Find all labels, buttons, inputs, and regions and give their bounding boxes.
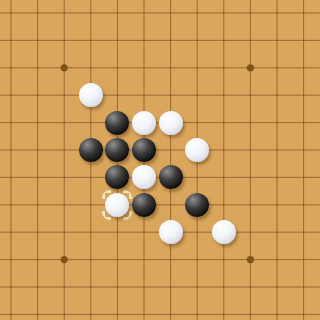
- intersection[interactable]: [24, 0, 51, 27]
- intersection[interactable]: [51, 109, 78, 136]
- intersection[interactable]: [237, 109, 264, 136]
- white-stone: ●: [159, 220, 183, 244]
- intersection[interactable]: [237, 301, 264, 320]
- intersection[interactable]: [290, 246, 317, 273]
- intersection[interactable]: [290, 191, 317, 218]
- intersection[interactable]: ●: [77, 136, 104, 163]
- intersection[interactable]: [24, 246, 51, 273]
- intersection[interactable]: [290, 218, 317, 245]
- intersection[interactable]: [51, 136, 78, 163]
- intersection[interactable]: [184, 218, 211, 245]
- intersection[interactable]: [0, 136, 24, 163]
- intersection[interactable]: [264, 109, 291, 136]
- intersection[interactable]: [157, 54, 184, 81]
- intersection[interactable]: ●: [131, 109, 158, 136]
- intersection[interactable]: [237, 81, 264, 108]
- intersection[interactable]: [184, 246, 211, 273]
- intersection[interactable]: [24, 191, 51, 218]
- intersection[interactable]: [184, 27, 211, 54]
- intersection[interactable]: [0, 246, 24, 273]
- intersection[interactable]: [210, 54, 237, 81]
- intersection[interactable]: [51, 301, 78, 320]
- intersection[interactable]: [77, 301, 104, 320]
- black-stone: ●: [105, 165, 129, 189]
- black-stone: ●: [105, 138, 129, 162]
- intersection[interactable]: [0, 54, 24, 81]
- intersection[interactable]: [264, 27, 291, 54]
- intersection[interactable]: [77, 273, 104, 300]
- intersection[interactable]: [131, 27, 158, 54]
- intersection[interactable]: [184, 0, 211, 27]
- intersection[interactable]: [264, 218, 291, 245]
- white-stone: ●: [132, 165, 156, 189]
- intersection[interactable]: [237, 273, 264, 300]
- intersection[interactable]: [210, 0, 237, 27]
- intersection[interactable]: [24, 54, 51, 81]
- black-stone: ●: [132, 193, 156, 217]
- intersection[interactable]: ●: [157, 109, 184, 136]
- intersection[interactable]: [77, 54, 104, 81]
- intersection[interactable]: [184, 164, 211, 191]
- intersection[interactable]: [157, 301, 184, 320]
- intersection[interactable]: [77, 218, 104, 245]
- black-stone: ●: [79, 138, 103, 162]
- intersection[interactable]: [210, 301, 237, 320]
- intersection[interactable]: [184, 81, 211, 108]
- intersection[interactable]: [210, 246, 237, 273]
- intersection[interactable]: [157, 191, 184, 218]
- intersection[interactable]: [237, 27, 264, 54]
- intersection[interactable]: ●: [184, 191, 211, 218]
- intersection[interactable]: [157, 136, 184, 163]
- black-stone: ●: [132, 138, 156, 162]
- intersection[interactable]: [0, 191, 24, 218]
- intersection[interactable]: [290, 0, 317, 27]
- intersection[interactable]: [157, 273, 184, 300]
- intersection[interactable]: [290, 273, 317, 300]
- intersection[interactable]: [264, 273, 291, 300]
- intersection[interactable]: ●: [77, 81, 104, 108]
- intersection[interactable]: [51, 273, 78, 300]
- intersection[interactable]: [131, 273, 158, 300]
- intersection[interactable]: ●: [104, 164, 131, 191]
- white-stone: ●: [212, 220, 236, 244]
- intersection[interactable]: [184, 109, 211, 136]
- intersection[interactable]: ●: [131, 191, 158, 218]
- intersection[interactable]: [104, 81, 131, 108]
- intersection[interactable]: [131, 81, 158, 108]
- intersection[interactable]: [0, 81, 24, 108]
- intersection[interactable]: [210, 273, 237, 300]
- white-stone: ●: [185, 138, 209, 162]
- intersection[interactable]: [290, 301, 317, 320]
- black-stone: ●: [105, 111, 129, 135]
- intersection[interactable]: [104, 273, 131, 300]
- intersection[interactable]: [210, 27, 237, 54]
- intersection[interactable]: ●: [184, 136, 211, 163]
- intersection[interactable]: [210, 191, 237, 218]
- intersection[interactable]: [264, 191, 291, 218]
- intersection[interactable]: [290, 136, 317, 163]
- intersection[interactable]: [157, 246, 184, 273]
- intersection[interactable]: ●: [210, 218, 237, 245]
- intersection[interactable]: [210, 109, 237, 136]
- intersection[interactable]: [51, 81, 78, 108]
- intersection[interactable]: [0, 301, 24, 320]
- intersection[interactable]: [237, 164, 264, 191]
- intersection[interactable]: [104, 246, 131, 273]
- intersection[interactable]: [24, 301, 51, 320]
- intersection[interactable]: [77, 27, 104, 54]
- intersection[interactable]: [237, 54, 264, 81]
- intersection[interactable]: [237, 246, 264, 273]
- intersection[interactable]: [131, 0, 158, 27]
- intersection[interactable]: ●: [157, 164, 184, 191]
- intersection[interactable]: [77, 164, 104, 191]
- intersection[interactable]: [157, 0, 184, 27]
- black-stone: ●: [159, 165, 183, 189]
- white-stone: ●: [159, 111, 183, 135]
- intersection[interactable]: [290, 54, 317, 81]
- intersection[interactable]: ●: [104, 136, 131, 163]
- intersection[interactable]: [131, 218, 158, 245]
- intersection[interactable]: [51, 191, 78, 218]
- intersection[interactable]: [290, 164, 317, 191]
- intersection[interactable]: [264, 81, 291, 108]
- black-stone: ●: [185, 193, 209, 217]
- intersection[interactable]: [51, 164, 78, 191]
- intersection[interactable]: [0, 273, 24, 300]
- intersection[interactable]: [77, 191, 104, 218]
- intersection[interactable]: [237, 218, 264, 245]
- board-grid: ●●●●●●●●●●●●●●●●: [0, 0, 317, 320]
- intersection[interactable]: ●: [104, 191, 131, 218]
- intersection[interactable]: [210, 81, 237, 108]
- intersection[interactable]: [51, 27, 78, 54]
- intersection[interactable]: [264, 246, 291, 273]
- intersection[interactable]: [77, 109, 104, 136]
- intersection[interactable]: [24, 164, 51, 191]
- intersection[interactable]: [0, 109, 24, 136]
- intersection[interactable]: [131, 246, 158, 273]
- intersection[interactable]: [264, 54, 291, 81]
- intersection[interactable]: [237, 136, 264, 163]
- white-stone: ●: [105, 193, 129, 217]
- intersection[interactable]: [77, 0, 104, 27]
- intersection[interactable]: [24, 109, 51, 136]
- intersection[interactable]: [184, 273, 211, 300]
- intersection[interactable]: [104, 27, 131, 54]
- intersection[interactable]: [264, 136, 291, 163]
- intersection[interactable]: [51, 246, 78, 273]
- intersection[interactable]: [0, 27, 24, 54]
- intersection[interactable]: [0, 218, 24, 245]
- intersection[interactable]: [290, 109, 317, 136]
- intersection[interactable]: [131, 301, 158, 320]
- go-board: ●●●●●●●●●●●●●●●●: [0, 0, 320, 320]
- intersection[interactable]: [237, 0, 264, 27]
- intersection[interactable]: [184, 54, 211, 81]
- intersection[interactable]: ●: [157, 218, 184, 245]
- intersection[interactable]: [157, 27, 184, 54]
- white-stone: ●: [79, 83, 103, 107]
- intersection[interactable]: [77, 246, 104, 273]
- intersection[interactable]: [24, 136, 51, 163]
- intersection[interactable]: [264, 301, 291, 320]
- intersection[interactable]: [51, 218, 78, 245]
- intersection[interactable]: [51, 0, 78, 27]
- intersection[interactable]: [210, 164, 237, 191]
- intersection[interactable]: [104, 218, 131, 245]
- intersection[interactable]: [104, 301, 131, 320]
- intersection[interactable]: [24, 273, 51, 300]
- intersection[interactable]: [0, 164, 24, 191]
- intersection[interactable]: [51, 54, 78, 81]
- intersection[interactable]: ●: [131, 136, 158, 163]
- intersection[interactable]: [184, 301, 211, 320]
- intersection[interactable]: [290, 81, 317, 108]
- intersection[interactable]: ●: [131, 164, 158, 191]
- intersection[interactable]: [24, 218, 51, 245]
- intersection[interactable]: [264, 164, 291, 191]
- intersection[interactable]: [264, 0, 291, 27]
- intersection[interactable]: ●: [104, 109, 131, 136]
- intersection[interactable]: [131, 54, 158, 81]
- intersection[interactable]: [24, 81, 51, 108]
- intersection[interactable]: [210, 136, 237, 163]
- intersection[interactable]: [290, 27, 317, 54]
- white-stone: ●: [132, 111, 156, 135]
- intersection[interactable]: [104, 54, 131, 81]
- intersection[interactable]: [237, 191, 264, 218]
- intersection[interactable]: [157, 81, 184, 108]
- intersection[interactable]: [104, 0, 131, 27]
- intersection[interactable]: [24, 27, 51, 54]
- intersection[interactable]: [0, 0, 24, 27]
